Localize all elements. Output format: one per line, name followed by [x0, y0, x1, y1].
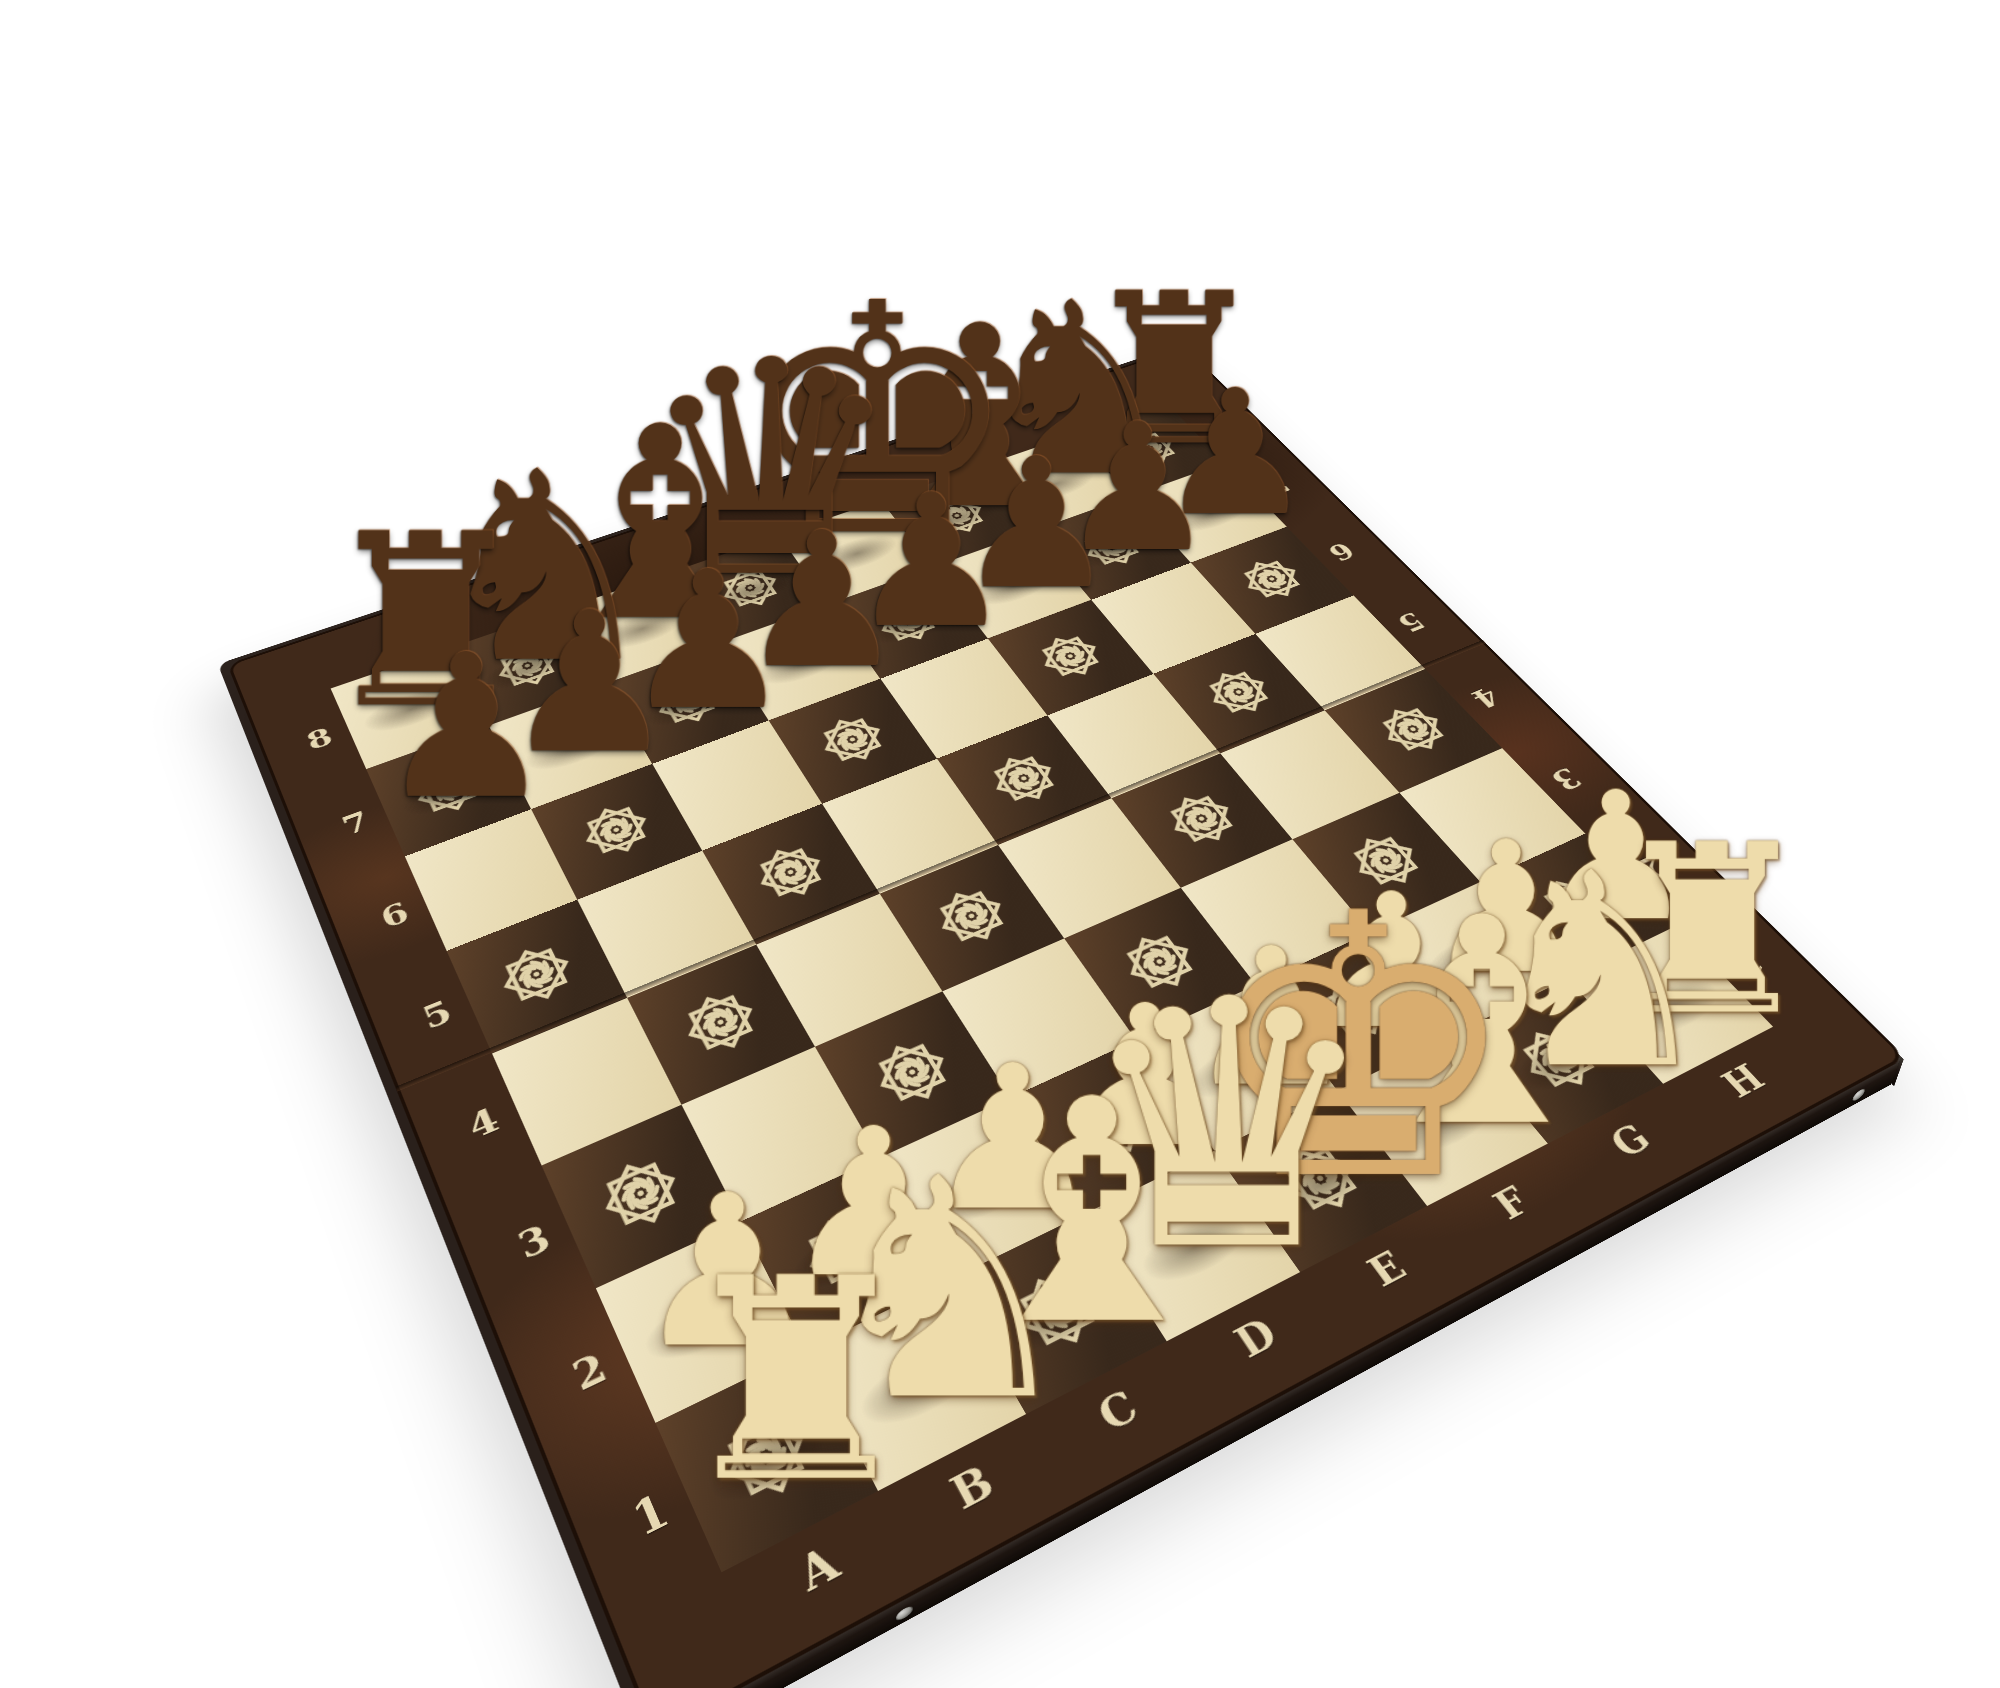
rosette-icon — [567, 791, 666, 870]
chessboard: 8♜♞♝♛♚♝♞♜7♟♟♟♟♟♟♟♟7665544332♟♟♟♟♟♟♟♟21♜♞… — [227, 346, 1906, 1688]
clasp-pin-right — [1851, 1087, 1866, 1103]
rosette-icon — [1361, 694, 1464, 766]
board-grid: 8♜♞♝♛♚♝♞♜7♟♟♟♟♟♟♟♟7665544332♟♟♟♟♟♟♟♟21♜♞… — [258, 363, 1862, 1682]
rosette-icon — [739, 832, 842, 914]
rosette-icon — [666, 977, 775, 1070]
rosette-icon — [973, 741, 1074, 816]
chess-set-photo: 8♜♞♝♛♚♝♞♜7♟♟♟♟♟♟♟♟7665544332♟♟♟♟♟♟♟♟21♜♞… — [0, 0, 2000, 1688]
chessboard-scene: 8♜♞♝♛♚♝♞♜7♟♟♟♟♟♟♟♟7665544332♟♟♟♟♟♟♟♟21♜♞… — [0, 0, 2000, 1688]
rosette-icon — [804, 704, 902, 776]
rosette-icon — [1225, 548, 1319, 610]
black-pawn-a7[interactable]: ♟ — [377, 628, 555, 826]
rosette-icon — [1022, 623, 1118, 690]
clasp-pin-left — [897, 1604, 914, 1622]
rosette-icon — [1189, 658, 1288, 727]
rosette-icon — [918, 874, 1025, 959]
white-rook-a1[interactable]: ♜ — [670, 1241, 921, 1521]
rosette-icon — [484, 930, 589, 1019]
